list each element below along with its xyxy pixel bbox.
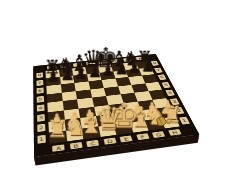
- square-a1: ♜: [49, 130, 67, 143]
- coord-file-c-front: C: [87, 140, 100, 147]
- black-pawn: ♟: [74, 66, 88, 82]
- coord-rank-8-left: 8: [36, 72, 43, 78]
- photo-stage: ABCDEFGH8♜♞♝♛♚♝♞♜87♟♟♟♟♟♟♟♟7665544332♟♟♟…: [0, 0, 240, 180]
- scene-3d: ABCDEFGH8♜♞♝♛♚♝♞♜87♟♟♟♟♟♟♟♟7665544332♟♟♟…: [0, 0, 240, 180]
- square-c7: ♟: [73, 74, 88, 83]
- black-pawn: ♟: [101, 63, 115, 79]
- frame-cell: 6: [34, 86, 47, 96]
- coord-rank-2-left: 2: [37, 124, 45, 132]
- black-pawn: ♟: [60, 67, 75, 83]
- coord-file-e-front: E: [120, 135, 133, 142]
- square-d7: ♟: [86, 73, 101, 82]
- coord-file-d-front: D: [103, 138, 116, 145]
- black-pawn: ♟: [114, 61, 128, 77]
- coord-file-a-front: A: [52, 144, 64, 151]
- brass-clasp-icon: [154, 113, 174, 131]
- coord-file-f-front: F: [136, 133, 149, 140]
- chess-board: ABCDEFGH8♜♞♝♛♚♝♞♜87♟♟♟♟♟♟♟♟7665544332♟♟♟…: [33, 54, 199, 157]
- coord-rank-6-left: 6: [37, 88, 44, 94]
- coord-rank-6-right: 6: [158, 74, 167, 80]
- coord-rank-7-right: 7: [154, 67, 163, 72]
- coord-rank-7-left: 7: [36, 80, 43, 86]
- black-pawn: ♟: [46, 68, 61, 84]
- coord-rank-3-left: 3: [37, 114, 45, 122]
- frame-cell: 7: [34, 78, 47, 87]
- coord-rank-5-right: 5: [161, 82, 170, 88]
- black-pawn: ♟: [141, 59, 155, 75]
- white-rook: ♜: [47, 117, 69, 142]
- coord-rank-4-left: 4: [37, 105, 45, 112]
- black-pawn: ♟: [88, 64, 102, 80]
- black-pawn: ♟: [128, 60, 142, 76]
- square-a7: ♟: [46, 77, 60, 86]
- coord-rank-1-left: 1: [37, 135, 45, 144]
- coord-rank-5-left: 5: [37, 96, 44, 103]
- frame-cell: 6: [154, 73, 169, 82]
- square-b7: ♟: [60, 75, 75, 84]
- coord-rank-4-right: 4: [165, 90, 175, 97]
- coord-file-g-front: G: [152, 131, 165, 138]
- coord-file-b-front: B: [70, 142, 83, 149]
